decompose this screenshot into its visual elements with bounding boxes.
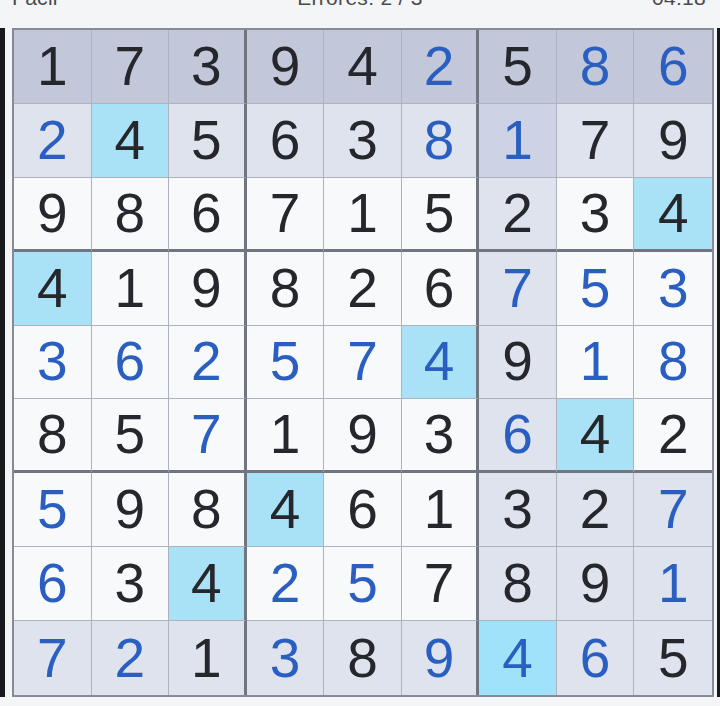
cell-r4c9[interactable]: 3 (634, 252, 712, 326)
cell-r3c8[interactable]: 3 (557, 178, 635, 252)
cell-r7c2[interactable]: 9 (92, 473, 170, 547)
cell-r6c4[interactable]: 1 (247, 399, 325, 473)
cell-r9c5[interactable]: 8 (324, 621, 402, 695)
cell-r5c6[interactable]: 4 (402, 326, 480, 400)
cell-r4c5[interactable]: 2 (324, 252, 402, 326)
cell-r5c5[interactable]: 7 (324, 326, 402, 400)
cell-r5c2[interactable]: 6 (92, 326, 170, 400)
cell-r7c5[interactable]: 6 (324, 473, 402, 547)
status-bar: Fácil Errores: 2 / 3 04:18 (0, 0, 720, 27)
cell-r6c8[interactable]: 4 (557, 399, 635, 473)
cell-r6c9[interactable]: 2 (634, 399, 712, 473)
difficulty-label: Fácil (12, 0, 58, 10)
cell-r1c9[interactable]: 6 (634, 30, 712, 104)
cell-r3c6[interactable]: 5 (402, 178, 480, 252)
cell-r5c1[interactable]: 3 (14, 326, 92, 400)
cell-r8c1[interactable]: 6 (14, 547, 92, 621)
cell-r3c2[interactable]: 8 (92, 178, 170, 252)
cell-r8c2[interactable]: 3 (92, 547, 170, 621)
cell-r6c6[interactable]: 3 (402, 399, 480, 473)
cell-r9c9[interactable]: 5 (634, 621, 712, 695)
cell-r2c7[interactable]: 1 (479, 104, 557, 178)
cell-r8c4[interactable]: 2 (247, 547, 325, 621)
cell-r2c8[interactable]: 7 (557, 104, 635, 178)
cell-r9c7[interactable]: 4 (479, 621, 557, 695)
cell-r5c8[interactable]: 1 (557, 326, 635, 400)
timer: 04:18 (652, 0, 706, 10)
cell-r1c3[interactable]: 3 (169, 30, 247, 104)
cell-r3c5[interactable]: 1 (324, 178, 402, 252)
cell-r1c5[interactable]: 4 (324, 30, 402, 104)
sudoku-board: 1739425862456381799867152344198267533625… (12, 28, 714, 697)
cell-r8c3[interactable]: 4 (169, 547, 247, 621)
cell-r5c9[interactable]: 8 (634, 326, 712, 400)
cell-r8c8[interactable]: 9 (557, 547, 635, 621)
cell-r2c6[interactable]: 8 (402, 104, 480, 178)
cell-r9c8[interactable]: 6 (557, 621, 635, 695)
cell-r7c8[interactable]: 2 (557, 473, 635, 547)
cell-r9c1[interactable]: 7 (14, 621, 92, 695)
cell-r8c6[interactable]: 7 (402, 547, 480, 621)
cell-r6c5[interactable]: 9 (324, 399, 402, 473)
cell-r1c7[interactable]: 5 (479, 30, 557, 104)
screen-left-edge (0, 28, 5, 697)
cell-r6c7[interactable]: 6 (479, 399, 557, 473)
cell-r7c6[interactable]: 1 (402, 473, 480, 547)
cell-r4c6[interactable]: 6 (402, 252, 480, 326)
cell-r9c2[interactable]: 2 (92, 621, 170, 695)
cell-r7c4[interactable]: 4 (247, 473, 325, 547)
cell-r7c3[interactable]: 8 (169, 473, 247, 547)
cell-r7c9[interactable]: 7 (634, 473, 712, 547)
cell-r9c4[interactable]: 3 (247, 621, 325, 695)
cell-r1c2[interactable]: 7 (92, 30, 170, 104)
cell-r8c7[interactable]: 8 (479, 547, 557, 621)
cell-r3c7[interactable]: 2 (479, 178, 557, 252)
cell-r9c6[interactable]: 9 (402, 621, 480, 695)
cell-r6c2[interactable]: 5 (92, 399, 170, 473)
cell-r4c2[interactable]: 1 (92, 252, 170, 326)
errors-counter: Errores: 2 / 3 (297, 0, 423, 10)
cell-r2c1[interactable]: 2 (14, 104, 92, 178)
cell-r2c4[interactable]: 6 (247, 104, 325, 178)
sudoku-app-screen: Fácil Errores: 2 / 3 04:18 1739425862456… (0, 0, 720, 706)
cell-r5c7[interactable]: 9 (479, 326, 557, 400)
cell-r3c9[interactable]: 4 (634, 178, 712, 252)
cell-r2c9[interactable]: 9 (634, 104, 712, 178)
cell-r1c8[interactable]: 8 (557, 30, 635, 104)
cell-r1c1[interactable]: 1 (14, 30, 92, 104)
cell-r4c8[interactable]: 5 (557, 252, 635, 326)
cell-r5c3[interactable]: 2 (169, 326, 247, 400)
cell-r3c4[interactable]: 7 (247, 178, 325, 252)
cell-r2c3[interactable]: 5 (169, 104, 247, 178)
cell-r4c1[interactable]: 4 (14, 252, 92, 326)
cell-r7c7[interactable]: 3 (479, 473, 557, 547)
cell-r4c4[interactable]: 8 (247, 252, 325, 326)
cell-r6c3[interactable]: 7 (169, 399, 247, 473)
cell-r9c3[interactable]: 1 (169, 621, 247, 695)
cell-r3c1[interactable]: 9 (14, 178, 92, 252)
cell-r4c7[interactable]: 7 (479, 252, 557, 326)
cell-r1c4[interactable]: 9 (247, 30, 325, 104)
cell-r3c3[interactable]: 6 (169, 178, 247, 252)
cell-r8c5[interactable]: 5 (324, 547, 402, 621)
cell-r2c5[interactable]: 3 (324, 104, 402, 178)
cell-r8c9[interactable]: 1 (634, 547, 712, 621)
cell-r1c6[interactable]: 2 (402, 30, 480, 104)
cell-r6c1[interactable]: 8 (14, 399, 92, 473)
cell-r7c1[interactable]: 5 (14, 473, 92, 547)
cell-r4c3[interactable]: 9 (169, 252, 247, 326)
cell-r2c2[interactable]: 4 (92, 104, 170, 178)
cell-r5c4[interactable]: 5 (247, 326, 325, 400)
